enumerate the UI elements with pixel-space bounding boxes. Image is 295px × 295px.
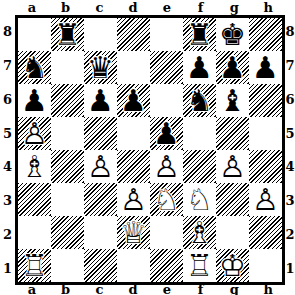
black-bishop[interactable]: ♝♝ — [216, 84, 249, 117]
white-queen-fill-layer: ♛ — [117, 216, 150, 249]
square-g1[interactable]: ♚♔ — [216, 249, 249, 282]
white-pawn-fill-layer: ♟ — [18, 117, 51, 150]
square-c5[interactable] — [84, 117, 117, 150]
white-knight[interactable]: ♞♘ — [150, 183, 183, 216]
black-pawn-fill-layer: ♟ — [150, 117, 183, 150]
black-pawn-glyph: ♟ — [249, 51, 282, 84]
black-pawn-glyph: ♟ — [84, 84, 117, 117]
square-e6[interactable] — [150, 84, 183, 117]
white-bishop[interactable]: ♝♗ — [18, 150, 51, 183]
black-pawn-glyph: ♟ — [117, 84, 150, 117]
black-pawn-glyph: ♟ — [150, 117, 183, 150]
square-e3[interactable]: ♞♘ — [150, 183, 183, 216]
rank-label-6: 6 — [0, 83, 15, 117]
square-h8[interactable] — [249, 18, 282, 51]
file-label-b: b — [49, 0, 83, 15]
square-a2[interactable] — [18, 216, 51, 249]
white-rook-glyph: ♖ — [18, 249, 51, 282]
rank-label-7: 7 — [0, 49, 15, 83]
white-pawn-fill-layer: ♟ — [117, 183, 150, 216]
square-c4[interactable]: ♟♙ — [84, 150, 117, 183]
black-rook[interactable]: ♜♜ — [183, 18, 216, 51]
black-king-glyph: ♚ — [216, 18, 249, 51]
white-rook-glyph: ♖ — [183, 249, 216, 282]
rank-label-4: 4 — [285, 150, 295, 184]
white-rook[interactable]: ♜♖ — [18, 249, 51, 282]
square-d4[interactable] — [117, 150, 150, 183]
file-label-c: c — [83, 0, 117, 15]
file-label-e: e — [150, 0, 184, 15]
square-h7[interactable]: ♟♟ — [249, 51, 282, 84]
rank-label-2: 2 — [0, 218, 15, 252]
file-labels-top: abcdefgh — [15, 0, 285, 15]
rank-label-6: 6 — [285, 83, 295, 117]
square-a6[interactable]: ♟♟ — [18, 84, 51, 117]
square-c8[interactable] — [84, 18, 117, 51]
file-label-d: d — [116, 0, 150, 15]
white-knight-glyph: ♘ — [150, 183, 183, 216]
black-rook-glyph: ♜ — [183, 18, 216, 51]
black-pawn-fill-layer: ♟ — [216, 51, 249, 84]
white-rook-fill-layer: ♜ — [18, 249, 51, 282]
square-g4[interactable]: ♟♙ — [216, 150, 249, 183]
square-f1[interactable]: ♜♖ — [183, 249, 216, 282]
rank-label-3: 3 — [0, 184, 15, 218]
black-rook-glyph: ♜ — [51, 18, 84, 51]
black-pawn[interactable]: ♟♟ — [117, 84, 150, 117]
square-e8[interactable] — [150, 18, 183, 51]
square-d6[interactable]: ♟♟ — [117, 84, 150, 117]
black-knight-fill-layer: ♞ — [18, 51, 51, 84]
rank-label-7: 7 — [285, 49, 295, 83]
black-queen[interactable]: ♛♛ — [84, 51, 117, 84]
white-pawn-fill-layer: ♟ — [84, 150, 117, 183]
chess-board: ♜♜♜♜♚♚♞♞♛♛♟♟♟♟♟♟♟♟♟♟♟♟♞♞♝♝♟♙♟♟♝♗♟♙♟♙♟♙♟♙… — [15, 15, 285, 285]
square-e2[interactable] — [150, 216, 183, 249]
square-d5[interactable] — [117, 117, 150, 150]
square-a4[interactable]: ♝♗ — [18, 150, 51, 183]
file-label-h: h — [251, 0, 285, 15]
square-h2[interactable] — [249, 216, 282, 249]
black-pawn-fill-layer: ♟ — [183, 51, 216, 84]
white-knight-fill-layer: ♞ — [150, 183, 183, 216]
square-f6[interactable]: ♞♞ — [183, 84, 216, 117]
square-e1[interactable] — [150, 249, 183, 282]
white-pawn-glyph: ♙ — [18, 117, 51, 150]
white-pawn[interactable]: ♟♙ — [249, 183, 282, 216]
black-knight-fill-layer: ♞ — [183, 84, 216, 117]
rank-label-3: 3 — [285, 184, 295, 218]
square-f3[interactable]: ♞♘ — [183, 183, 216, 216]
black-knight-glyph: ♞ — [183, 84, 216, 117]
black-rook[interactable]: ♜♜ — [51, 18, 84, 51]
rank-label-2: 2 — [285, 218, 295, 252]
black-pawn-glyph: ♟ — [183, 51, 216, 84]
white-pawn[interactable]: ♟♙ — [216, 150, 249, 183]
black-bishop-fill-layer: ♝ — [216, 84, 249, 117]
black-pawn[interactable]: ♟♟ — [150, 117, 183, 150]
square-h4[interactable] — [249, 150, 282, 183]
white-pawn[interactable]: ♟♙ — [84, 150, 117, 183]
black-knight-glyph: ♞ — [18, 51, 51, 84]
black-king-fill-layer: ♚ — [216, 18, 249, 51]
square-h3[interactable]: ♟♙ — [249, 183, 282, 216]
white-rook[interactable]: ♜♖ — [183, 249, 216, 282]
black-knight[interactable]: ♞♞ — [183, 84, 216, 117]
white-bishop-fill-layer: ♝ — [183, 216, 216, 249]
black-pawn-glyph: ♟ — [216, 51, 249, 84]
square-h6[interactable] — [249, 84, 282, 117]
black-pawn-glyph: ♟ — [18, 84, 51, 117]
square-f2[interactable]: ♝♗ — [183, 216, 216, 249]
square-c1[interactable] — [84, 249, 117, 282]
black-king[interactable]: ♚♚ — [216, 18, 249, 51]
square-a7[interactable]: ♞♞ — [18, 51, 51, 84]
rank-label-1: 1 — [285, 251, 295, 285]
white-pawn-fill-layer: ♟ — [249, 183, 282, 216]
rank-label-1: 1 — [0, 251, 15, 285]
white-bishop-fill-layer: ♝ — [18, 150, 51, 183]
black-pawn-fill-layer: ♟ — [117, 84, 150, 117]
rank-labels-left: 87654321 — [0, 15, 15, 285]
white-pawn-glyph: ♙ — [150, 150, 183, 183]
white-king[interactable]: ♚♔ — [216, 249, 249, 282]
rank-label-4: 4 — [0, 150, 15, 184]
black-pawn[interactable]: ♟♟ — [249, 51, 282, 84]
white-pawn-fill-layer: ♟ — [216, 150, 249, 183]
white-knight-fill-layer: ♞ — [183, 183, 216, 216]
square-b7[interactable] — [51, 51, 84, 84]
square-b8[interactable]: ♜♜ — [51, 18, 84, 51]
square-g3[interactable] — [216, 183, 249, 216]
square-g7[interactable]: ♟♟ — [216, 51, 249, 84]
white-pawn[interactable]: ♟♙ — [18, 117, 51, 150]
square-g2[interactable] — [216, 216, 249, 249]
square-b5[interactable] — [51, 117, 84, 150]
square-b2[interactable] — [51, 216, 84, 249]
white-pawn-glyph: ♙ — [84, 150, 117, 183]
square-e7[interactable] — [150, 51, 183, 84]
white-pawn-glyph: ♙ — [216, 150, 249, 183]
square-b3[interactable] — [51, 183, 84, 216]
file-label-g: g — [218, 0, 252, 15]
square-g6[interactable]: ♝♝ — [216, 84, 249, 117]
rank-label-5: 5 — [0, 116, 15, 150]
white-king-fill-layer: ♚ — [216, 249, 249, 282]
white-pawn[interactable]: ♟♙ — [150, 150, 183, 183]
white-pawn-glyph: ♙ — [249, 183, 282, 216]
square-d2[interactable]: ♛♕ — [117, 216, 150, 249]
square-b6[interactable] — [51, 84, 84, 117]
square-c3[interactable] — [84, 183, 117, 216]
file-label-a: a — [15, 0, 49, 15]
square-c2[interactable] — [84, 216, 117, 249]
black-rook-fill-layer: ♜ — [183, 18, 216, 51]
square-d7[interactable] — [117, 51, 150, 84]
square-a3[interactable] — [18, 183, 51, 216]
black-pawn[interactable]: ♟♟ — [18, 84, 51, 117]
black-pawn-fill-layer: ♟ — [249, 51, 282, 84]
white-king-glyph: ♔ — [216, 249, 249, 282]
white-bishop-glyph: ♗ — [18, 150, 51, 183]
rank-label-5: 5 — [285, 116, 295, 150]
black-pawn[interactable]: ♟♟ — [183, 51, 216, 84]
square-a8[interactable] — [18, 18, 51, 51]
white-bishop[interactable]: ♝♗ — [183, 216, 216, 249]
square-e4[interactable]: ♟♙ — [150, 150, 183, 183]
square-c6[interactable]: ♟♟ — [84, 84, 117, 117]
black-queen-glyph: ♛ — [84, 51, 117, 84]
rank-label-8: 8 — [285, 15, 295, 49]
black-pawn[interactable]: ♟♟ — [84, 84, 117, 117]
square-h1[interactable] — [249, 249, 282, 282]
black-pawn[interactable]: ♟♟ — [216, 51, 249, 84]
white-knight-glyph: ♘ — [183, 183, 216, 216]
square-g8[interactable]: ♚♚ — [216, 18, 249, 51]
square-f8[interactable]: ♜♜ — [183, 18, 216, 51]
black-pawn-fill-layer: ♟ — [18, 84, 51, 117]
black-queen-fill-layer: ♛ — [84, 51, 117, 84]
square-c7[interactable]: ♛♛ — [84, 51, 117, 84]
square-f4[interactable] — [183, 150, 216, 183]
white-pawn-fill-layer: ♟ — [150, 150, 183, 183]
square-a5[interactable]: ♟♙ — [18, 117, 51, 150]
white-pawn-glyph: ♙ — [117, 183, 150, 216]
square-a1[interactable]: ♜♖ — [18, 249, 51, 282]
white-rook-fill-layer: ♜ — [183, 249, 216, 282]
square-g5[interactable] — [216, 117, 249, 150]
square-h5[interactable] — [249, 117, 282, 150]
square-d1[interactable] — [117, 249, 150, 282]
rank-labels-right: 87654321 — [285, 15, 295, 285]
square-e5[interactable]: ♟♟ — [150, 117, 183, 150]
white-bishop-glyph: ♗ — [183, 216, 216, 249]
white-queen[interactable]: ♛♕ — [117, 216, 150, 249]
black-knight[interactable]: ♞♞ — [18, 51, 51, 84]
rank-label-8: 8 — [0, 15, 15, 49]
black-bishop-glyph: ♝ — [216, 84, 249, 117]
black-pawn-fill-layer: ♟ — [84, 84, 117, 117]
square-d3[interactable]: ♟♙ — [117, 183, 150, 216]
square-b1[interactable] — [51, 249, 84, 282]
square-b4[interactable] — [51, 150, 84, 183]
chess-board-diagram: abcdefgh 87654321 87654321 abcdefgh ♜♜♜♜… — [0, 0, 295, 295]
square-d8[interactable] — [117, 18, 150, 51]
white-queen-glyph: ♕ — [117, 216, 150, 249]
white-knight[interactable]: ♞♘ — [183, 183, 216, 216]
white-pawn[interactable]: ♟♙ — [117, 183, 150, 216]
black-rook-fill-layer: ♜ — [51, 18, 84, 51]
square-f5[interactable] — [183, 117, 216, 150]
file-label-f: f — [184, 0, 218, 15]
square-f7[interactable]: ♟♟ — [183, 51, 216, 84]
